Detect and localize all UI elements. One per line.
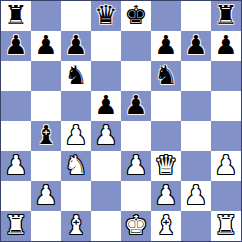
square-b7[interactable]: ♟ <box>31 31 61 61</box>
piece-black-rook[interactable]: ♜ <box>4 1 27 30</box>
piece-black-knight[interactable]: ♞ <box>64 61 87 90</box>
square-f4[interactable] <box>151 121 181 151</box>
piece-black-pawn[interactable]: ♟ <box>124 91 147 120</box>
square-d5[interactable]: ♟ <box>91 91 121 121</box>
square-e3[interactable]: ♟ <box>121 151 151 181</box>
piece-black-bishop[interactable]: ♝ <box>34 121 57 150</box>
square-d7[interactable] <box>91 31 121 61</box>
piece-white-king[interactable]: ♚ <box>124 211 147 240</box>
piece-black-pawn[interactable]: ♟ <box>64 31 87 60</box>
square-e5[interactable]: ♟ <box>121 91 151 121</box>
piece-black-king[interactable]: ♚ <box>124 1 147 30</box>
square-h5[interactable] <box>211 91 241 121</box>
square-c7[interactable]: ♟ <box>61 31 91 61</box>
square-g1[interactable] <box>181 211 211 241</box>
square-b2[interactable]: ♟ <box>31 181 61 211</box>
piece-black-pawn[interactable]: ♟ <box>154 31 177 60</box>
square-g6[interactable] <box>181 61 211 91</box>
square-f8[interactable] <box>151 1 181 31</box>
square-c6[interactable]: ♞ <box>61 61 91 91</box>
square-c4[interactable]: ♟ <box>61 121 91 151</box>
square-a5[interactable] <box>1 91 31 121</box>
square-e8[interactable]: ♚ <box>121 1 151 31</box>
square-c1[interactable]: ♝ <box>61 211 91 241</box>
square-e7[interactable] <box>121 31 151 61</box>
square-h4[interactable] <box>211 121 241 151</box>
square-h7[interactable]: ♟ <box>211 31 241 61</box>
square-g2[interactable]: ♟ <box>181 181 211 211</box>
square-h8[interactable]: ♜ <box>211 1 241 31</box>
square-c5[interactable] <box>61 91 91 121</box>
square-h6[interactable] <box>211 61 241 91</box>
piece-white-pawn[interactable]: ♟ <box>94 121 117 150</box>
piece-white-pawn[interactable]: ♟ <box>34 181 57 210</box>
square-c2[interactable] <box>61 181 91 211</box>
piece-white-bishop[interactable]: ♝ <box>154 211 177 240</box>
square-h3[interactable]: ♟ <box>211 151 241 181</box>
piece-white-queen[interactable]: ♛ <box>154 151 177 180</box>
square-b6[interactable] <box>31 61 61 91</box>
piece-black-knight[interactable]: ♞ <box>154 61 177 90</box>
square-b1[interactable] <box>31 211 61 241</box>
square-e2[interactable] <box>121 181 151 211</box>
square-d6[interactable] <box>91 61 121 91</box>
piece-white-pawn[interactable]: ♟ <box>4 151 27 180</box>
piece-black-pawn[interactable]: ♟ <box>4 31 27 60</box>
square-b8[interactable] <box>31 1 61 31</box>
chess-board: ♜♛♚♜♟♟♟♟♟♟♞♞♟♟♝♟♟♟♞♟♛♟♟♟♟♜♝♚♝♜ <box>0 0 242 242</box>
square-d3[interactable] <box>91 151 121 181</box>
square-h2[interactable] <box>211 181 241 211</box>
piece-white-knight[interactable]: ♞ <box>64 151 87 180</box>
square-f1[interactable]: ♝ <box>151 211 181 241</box>
piece-black-pawn[interactable]: ♟ <box>34 31 57 60</box>
piece-black-pawn[interactable]: ♟ <box>184 31 207 60</box>
square-b5[interactable] <box>31 91 61 121</box>
square-d8[interactable]: ♛ <box>91 1 121 31</box>
square-f7[interactable]: ♟ <box>151 31 181 61</box>
square-d1[interactable] <box>91 211 121 241</box>
square-a6[interactable] <box>1 61 31 91</box>
piece-black-queen[interactable]: ♛ <box>94 1 117 30</box>
square-g4[interactable] <box>181 121 211 151</box>
piece-white-pawn[interactable]: ♟ <box>124 151 147 180</box>
piece-white-pawn[interactable]: ♟ <box>184 181 207 210</box>
piece-black-rook[interactable]: ♜ <box>214 1 237 30</box>
square-a3[interactable]: ♟ <box>1 151 31 181</box>
square-a4[interactable] <box>1 121 31 151</box>
piece-white-bishop[interactable]: ♝ <box>64 211 87 240</box>
square-f3[interactable]: ♛ <box>151 151 181 181</box>
square-g5[interactable] <box>181 91 211 121</box>
square-e6[interactable] <box>121 61 151 91</box>
square-a2[interactable] <box>1 181 31 211</box>
square-b3[interactable] <box>31 151 61 181</box>
square-h1[interactable]: ♜ <box>211 211 241 241</box>
piece-white-pawn[interactable]: ♟ <box>214 151 237 180</box>
piece-white-rook[interactable]: ♜ <box>214 211 237 240</box>
square-f2[interactable]: ♟ <box>151 181 181 211</box>
square-g7[interactable]: ♟ <box>181 31 211 61</box>
square-g8[interactable] <box>181 1 211 31</box>
square-e1[interactable]: ♚ <box>121 211 151 241</box>
square-g3[interactable] <box>181 151 211 181</box>
piece-black-pawn[interactable]: ♟ <box>94 91 117 120</box>
square-c3[interactable]: ♞ <box>61 151 91 181</box>
piece-white-pawn[interactable]: ♟ <box>64 121 87 150</box>
square-b4[interactable]: ♝ <box>31 121 61 151</box>
square-a8[interactable]: ♜ <box>1 1 31 31</box>
square-c8[interactable] <box>61 1 91 31</box>
square-f6[interactable]: ♞ <box>151 61 181 91</box>
square-d4[interactable]: ♟ <box>91 121 121 151</box>
square-a1[interactable]: ♜ <box>1 211 31 241</box>
piece-white-rook[interactable]: ♜ <box>4 211 27 240</box>
square-d2[interactable] <box>91 181 121 211</box>
piece-black-pawn[interactable]: ♟ <box>214 31 237 60</box>
square-a7[interactable]: ♟ <box>1 31 31 61</box>
piece-white-pawn[interactable]: ♟ <box>154 181 177 210</box>
square-e4[interactable] <box>121 121 151 151</box>
square-f5[interactable] <box>151 91 181 121</box>
